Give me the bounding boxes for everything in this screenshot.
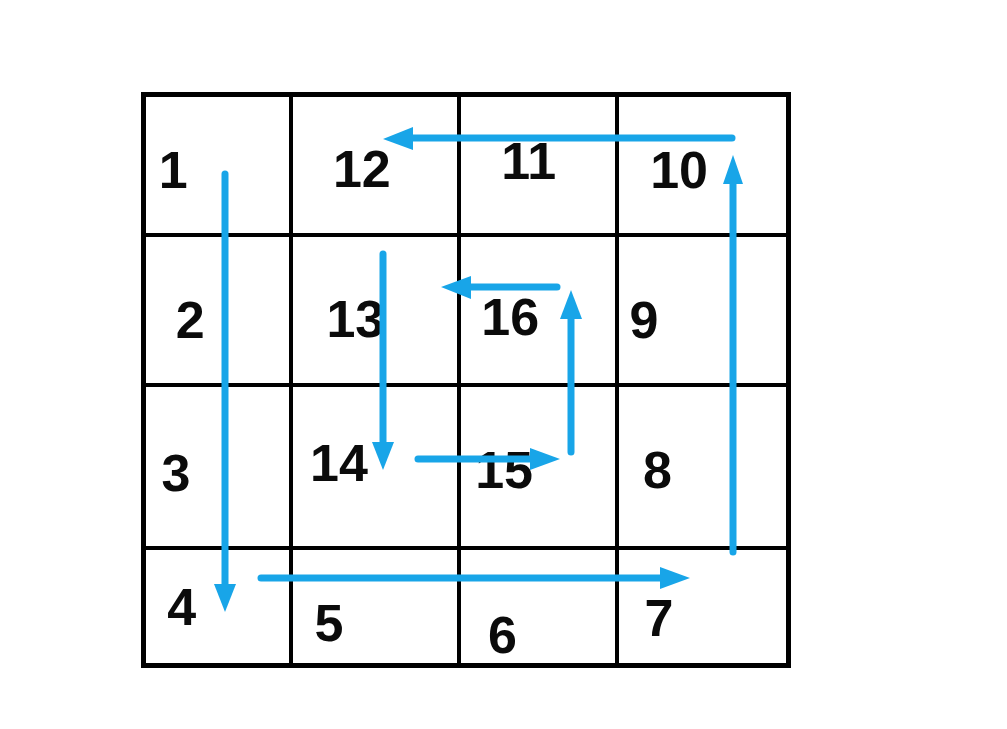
cell-number-11: 11 — [501, 135, 556, 187]
cell-r1c3: 11 — [459, 95, 617, 235]
cell-number-8: 8 — [643, 444, 672, 496]
cell-number-14: 14 — [310, 437, 368, 489]
cell-number-2: 2 — [176, 294, 205, 346]
cell-r4c4: 7 — [617, 548, 788, 665]
cell-number-1: 1 — [159, 144, 188, 196]
worksheet-canvas: 1 12 11 10 2 13 16 9 3 14 15 8 4 5 6 7 — [0, 0, 1007, 729]
cell-r2c1: 2 — [144, 235, 291, 385]
cell-r1c2: 12 — [291, 95, 459, 235]
cell-r4c2: 5 — [291, 548, 459, 665]
cell-number-3: 3 — [162, 447, 191, 499]
cell-r3c4: 8 — [617, 385, 788, 548]
cell-number-9: 9 — [630, 294, 659, 346]
cell-r2c3: 16 — [459, 235, 617, 385]
cell-number-10: 10 — [650, 144, 708, 196]
cell-r4c3: 6 — [459, 548, 617, 665]
cell-r3c3: 15 — [459, 385, 617, 548]
cell-number-4: 4 — [167, 581, 196, 633]
cell-r1c1: 1 — [144, 95, 291, 235]
cell-r3c2: 14 — [291, 385, 459, 548]
cell-number-12: 12 — [333, 143, 391, 195]
cell-number-13: 13 — [326, 293, 384, 345]
spiral-grid-board: 1 12 11 10 2 13 16 9 3 14 15 8 4 5 6 7 — [141, 92, 791, 668]
cell-r1c4: 10 — [617, 95, 788, 235]
cell-number-16: 16 — [481, 291, 539, 343]
cell-r2c4: 9 — [617, 235, 788, 385]
cell-r4c1: 4 — [144, 548, 291, 665]
cell-r3c1: 3 — [144, 385, 291, 548]
cell-number-5: 5 — [315, 597, 344, 649]
cell-r2c2: 13 — [291, 235, 459, 385]
cell-number-15: 15 — [475, 444, 533, 496]
cell-number-6: 6 — [488, 609, 517, 661]
cell-number-7: 7 — [645, 592, 674, 644]
